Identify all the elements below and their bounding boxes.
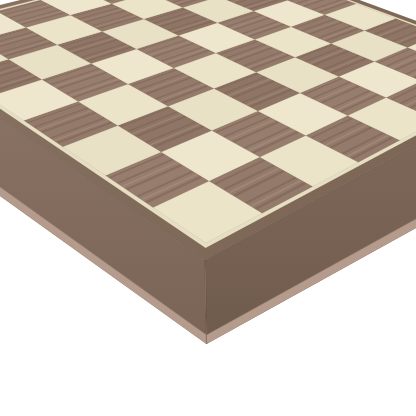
chessboard-product-photo bbox=[0, 0, 416, 416]
chess-board bbox=[0, 0, 416, 416]
